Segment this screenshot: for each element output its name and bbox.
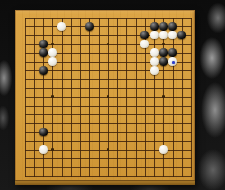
black-stone: [140, 31, 149, 40]
star-point: [162, 43, 165, 46]
star-point: [107, 148, 110, 151]
white-stone: [168, 31, 177, 40]
grid-line-horizontal: [25, 114, 192, 115]
grid-line-vertical: [191, 18, 192, 177]
grid-line-horizontal: [25, 176, 192, 177]
star-point: [51, 43, 54, 46]
black-stone: [39, 66, 48, 75]
white-stone: [159, 31, 168, 40]
star-point: [51, 95, 54, 98]
white-stone: [159, 145, 168, 154]
white-stone: [57, 22, 66, 31]
grid-line-horizontal: [25, 141, 192, 142]
black-stone: [39, 48, 48, 57]
grid-line-vertical: [117, 18, 118, 177]
grid-line-vertical: [154, 18, 155, 177]
white-stone: [48, 48, 57, 57]
go-game-screenshot: [0, 0, 225, 190]
grid-line-horizontal: [25, 158, 192, 159]
grid-line-horizontal: [25, 167, 192, 168]
black-stone: [150, 22, 159, 31]
white-stone: [150, 57, 159, 66]
star-point: [162, 95, 165, 98]
grid-line-vertical: [173, 18, 174, 177]
grid-line-horizontal: [25, 123, 192, 124]
white-stone: [150, 66, 159, 75]
black-stone: [85, 22, 94, 31]
black-stone: [168, 48, 177, 57]
black-stone: [39, 40, 48, 49]
white-stone: [150, 31, 159, 40]
black-stone: [168, 22, 177, 31]
white-stone: [150, 48, 159, 57]
white-stone: [140, 40, 149, 49]
grid-line-horizontal: [25, 106, 192, 107]
board-grid: [25, 18, 191, 176]
black-stone: [39, 128, 48, 137]
star-point: [51, 148, 54, 151]
star-point: [107, 95, 110, 98]
grid-line-vertical: [126, 18, 127, 177]
black-stone: [159, 48, 168, 57]
board-side-face: [15, 180, 195, 185]
grid-line-vertical: [182, 18, 183, 177]
grid-line-horizontal: [25, 132, 192, 133]
black-stone: [159, 57, 168, 66]
black-stone: [159, 22, 168, 31]
white-stone: [39, 145, 48, 154]
go-board[interactable]: [15, 10, 195, 185]
grid-line-vertical: [136, 18, 137, 177]
white-stone: [48, 57, 57, 66]
black-stone: [177, 31, 186, 40]
